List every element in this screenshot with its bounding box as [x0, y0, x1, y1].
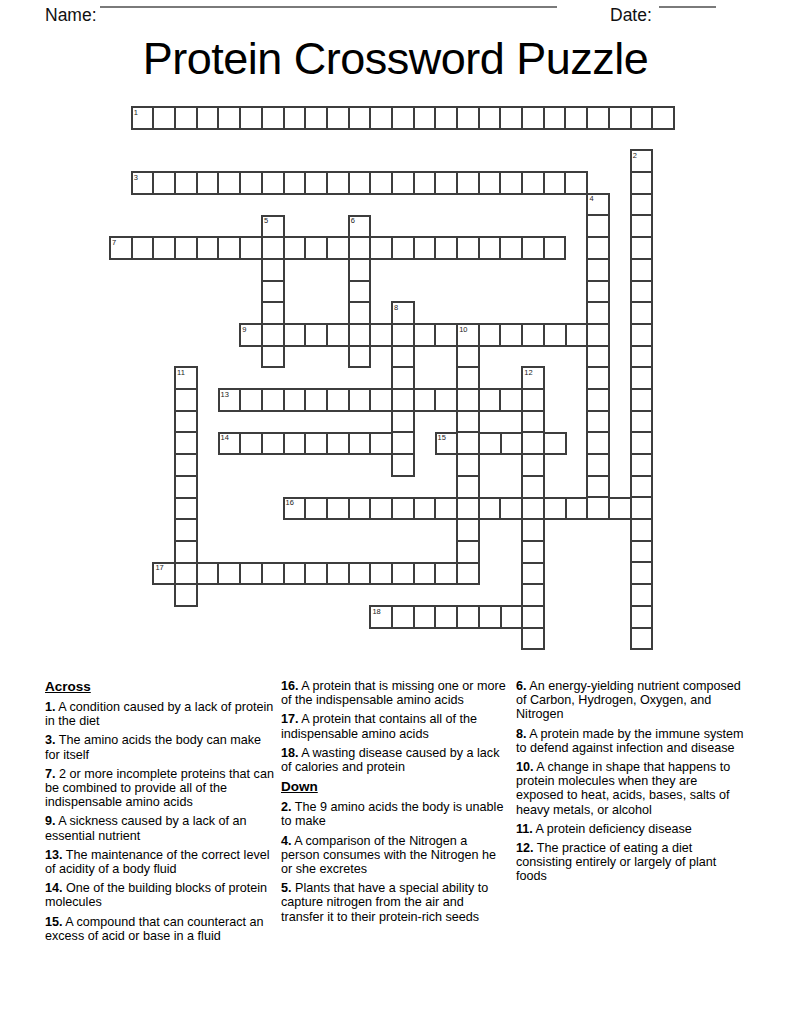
grid-cell[interactable] — [565, 172, 587, 194]
grid-clue-number-12: 12 — [524, 369, 532, 377]
grid-cell[interactable] — [284, 433, 306, 455]
grid-cell[interactable] — [392, 389, 414, 411]
grid-cell[interactable] — [587, 281, 609, 303]
grid-cell[interactable] — [457, 367, 479, 389]
grid-cell[interactable] — [414, 389, 436, 411]
grid-cell[interactable] — [522, 411, 544, 433]
grid-cell[interactable] — [327, 498, 349, 520]
grid-cell[interactable] — [349, 259, 371, 281]
grid-cell[interactable] — [522, 172, 544, 194]
grid-cell[interactable] — [370, 172, 392, 194]
grid-clue-number-6: 6 — [351, 217, 355, 225]
clue-down-12: 12. The practice of eating a diet consis… — [516, 841, 748, 884]
grid-cell[interactable] — [218, 237, 240, 259]
grid-cell[interactable] — [175, 541, 197, 563]
grid-clue-number-10: 10 — [459, 326, 467, 334]
grid-cell[interactable] — [457, 563, 479, 585]
grid-cell[interactable] — [500, 107, 522, 129]
grid-cell[interactable] — [631, 324, 653, 346]
clue-down-6: 6. An energy-yielding nutrient composed … — [516, 679, 748, 722]
grid-cell[interactable] — [284, 107, 306, 129]
grid-cell[interactable] — [262, 172, 284, 194]
grid-cell[interactable] — [262, 563, 284, 585]
grid-cell[interactable] — [435, 172, 457, 194]
grid-cell[interactable] — [370, 498, 392, 520]
grid-cell[interactable] — [349, 302, 371, 324]
grid-cell[interactable] — [544, 107, 566, 129]
grid-cell[interactable] — [349, 172, 371, 194]
grid-cell[interactable] — [544, 324, 566, 346]
word-3-across — [131, 171, 588, 195]
grid-cell[interactable] — [587, 324, 609, 346]
grid-cell[interactable] — [457, 237, 479, 259]
grid-cell[interactable] — [392, 346, 414, 368]
grid-cell[interactable] — [132, 237, 154, 259]
grid-cell[interactable] — [349, 433, 371, 455]
grid-cell[interactable] — [218, 172, 240, 194]
grid-cell[interactable] — [284, 172, 306, 194]
grid-cell[interactable] — [175, 411, 197, 433]
grid-cell[interactable] — [305, 324, 327, 346]
clue-across-7: 7. 2 or more incomplete proteins that ca… — [45, 767, 277, 810]
grid-cell[interactable] — [631, 194, 653, 216]
grid-cell[interactable] — [479, 172, 501, 194]
word-5-down — [261, 215, 285, 369]
grid-clue-number-15: 15 — [438, 434, 446, 442]
grid-cell[interactable] — [197, 563, 219, 585]
word-14-across — [218, 432, 415, 456]
grid-cell[interactable] — [349, 107, 371, 129]
grid-cell[interactable] — [153, 107, 175, 129]
grid-cell[interactable] — [544, 237, 566, 259]
grid-cell[interactable] — [631, 454, 653, 476]
grid-cell[interactable] — [479, 107, 501, 129]
grid-cell[interactable] — [587, 259, 609, 281]
grid-cell[interactable] — [479, 324, 501, 346]
clue-down-10: 10. A change in shape that happens to pr… — [516, 760, 748, 817]
grid-cell[interactable] — [457, 476, 479, 498]
clue-down-4: 4. A comparison of the Nitrogen a person… — [281, 834, 509, 877]
grid-cell[interactable] — [262, 302, 284, 324]
grid-cell[interactable] — [349, 563, 371, 585]
word-12-down — [521, 366, 545, 650]
word-6-down — [348, 215, 372, 369]
grid-cell[interactable] — [197, 172, 219, 194]
grid-cell[interactable] — [435, 389, 457, 411]
clue-across-1: 1. A condition caused by a lack of prote… — [45, 700, 277, 728]
grid-cell[interactable] — [392, 172, 414, 194]
grid-clue-number-16: 16 — [286, 499, 294, 507]
grid-cell[interactable] — [349, 281, 371, 303]
grid-cell[interactable] — [457, 172, 479, 194]
grid-cell[interactable] — [370, 389, 392, 411]
grid-cell[interactable] — [631, 389, 653, 411]
grid-cell[interactable] — [631, 215, 653, 237]
grid-cell[interactable] — [587, 215, 609, 237]
grid-cell[interactable] — [284, 389, 306, 411]
grid-cell[interactable] — [479, 237, 501, 259]
grid-cell[interactable] — [327, 389, 349, 411]
grid-cell[interactable] — [414, 563, 436, 585]
grid-cell[interactable] — [500, 389, 522, 411]
grid-cell[interactable] — [457, 454, 479, 476]
grid-cell[interactable] — [631, 628, 653, 650]
grid-cell[interactable] — [240, 107, 262, 129]
grid-clue-number-13: 13 — [221, 391, 229, 399]
grid-cell[interactable] — [175, 172, 197, 194]
clue-across-13: 13. The maintenance of the correct level… — [45, 848, 277, 876]
grid-cell[interactable] — [609, 498, 631, 520]
grid-cell[interactable] — [392, 411, 414, 433]
grid-cell[interactable] — [240, 237, 262, 259]
grid-cell[interactable] — [284, 563, 306, 585]
grid-cell[interactable] — [414, 237, 436, 259]
grid-cell[interactable] — [153, 237, 175, 259]
grid-cell[interactable] — [370, 324, 392, 346]
grid-cell[interactable] — [305, 237, 327, 259]
grid-cell[interactable] — [392, 563, 414, 585]
grid-cell[interactable] — [414, 172, 436, 194]
grid-cell[interactable] — [262, 107, 284, 129]
grid-cell[interactable] — [305, 433, 327, 455]
grid-cell[interactable] — [631, 281, 653, 303]
grid-cell[interactable] — [414, 498, 436, 520]
grid-clue-number-3: 3 — [134, 174, 138, 182]
grid-cell[interactable] — [435, 107, 457, 129]
grid-cell[interactable] — [457, 498, 479, 520]
grid-cell[interactable] — [435, 563, 457, 585]
grid-clue-number-14: 14 — [221, 434, 229, 442]
grid-cell[interactable] — [370, 107, 392, 129]
grid-cell[interactable] — [500, 324, 522, 346]
down-header: Down — [281, 779, 509, 794]
grid-cell[interactable] — [414, 324, 436, 346]
clue-column-3: 6. An energy-yielding nutrient composed … — [516, 679, 748, 889]
word-10-down — [456, 323, 480, 585]
grid-cell[interactable] — [370, 433, 392, 455]
word-2-down — [630, 149, 654, 650]
grid-cell[interactable] — [153, 172, 175, 194]
grid-cell[interactable] — [631, 367, 653, 389]
grid-cell[interactable] — [284, 324, 306, 346]
grid-cell[interactable] — [631, 259, 653, 281]
grid-cell[interactable] — [197, 107, 219, 129]
grid-cell[interactable] — [631, 432, 653, 454]
grid-cell[interactable] — [587, 454, 609, 476]
grid-cell[interactable] — [522, 541, 544, 563]
grid-cell[interactable] — [392, 237, 414, 259]
grid-cell[interactable] — [435, 237, 457, 259]
grid-cell[interactable] — [327, 433, 349, 455]
grid-cell[interactable] — [587, 476, 609, 498]
grid-cell[interactable] — [544, 172, 566, 194]
grid-cell[interactable] — [631, 302, 653, 324]
grid-cell[interactable] — [327, 563, 349, 585]
clue-across-18: 18. A wasting disease caused by a lack o… — [281, 746, 509, 774]
grid-cell[interactable] — [262, 259, 284, 281]
grid-cell[interactable] — [522, 628, 544, 650]
grid-cell[interactable] — [414, 606, 436, 628]
grid-cell[interactable] — [392, 454, 414, 476]
clue-across-16: 16. A protein that is missing one or mor… — [281, 679, 509, 707]
grid-cell[interactable] — [218, 563, 240, 585]
grid-cell[interactable] — [631, 346, 653, 368]
grid-cell[interactable] — [262, 237, 284, 259]
grid-cell[interactable] — [566, 324, 588, 346]
grid-cell[interactable] — [262, 389, 284, 411]
grid-cell[interactable] — [262, 433, 284, 455]
grid-clue-number-17: 17 — [155, 564, 163, 572]
grid-cell[interactable] — [197, 237, 219, 259]
word-9-across — [239, 323, 610, 347]
word-7-across — [109, 236, 566, 260]
grid-cell[interactable] — [457, 389, 479, 411]
grid-cell[interactable] — [522, 107, 544, 129]
grid-cell[interactable] — [175, 563, 197, 585]
grid-cell[interactable] — [522, 389, 544, 411]
grid-clue-number-5: 5 — [264, 217, 268, 225]
grid-cell[interactable] — [565, 107, 587, 129]
grid-cell[interactable] — [522, 454, 544, 476]
grid-cell[interactable] — [522, 606, 544, 628]
word-4-down — [586, 193, 610, 520]
grid-cell[interactable] — [631, 476, 653, 498]
grid-cell[interactable] — [175, 389, 197, 411]
grid-cell[interactable] — [435, 324, 457, 346]
grid-cell[interactable] — [522, 324, 544, 346]
clue-down-5: 5. Plants that have a special ability to… — [281, 881, 509, 924]
grid-cell[interactable] — [349, 389, 371, 411]
grid-cell[interactable] — [522, 432, 544, 454]
grid-cell[interactable] — [392, 367, 414, 389]
grid-cell[interactable] — [500, 498, 522, 520]
grid-cell[interactable] — [587, 367, 609, 389]
grid-cell[interactable] — [522, 584, 544, 606]
grid-clue-number-18: 18 — [372, 608, 380, 616]
word-15-across — [435, 432, 567, 456]
grid-cell[interactable] — [218, 107, 240, 129]
grid-cell[interactable] — [631, 541, 653, 563]
grid-cell[interactable] — [305, 172, 327, 194]
grid-cell[interactable] — [305, 563, 327, 585]
grid-cell[interactable] — [631, 562, 653, 584]
grid-cell[interactable] — [587, 389, 609, 411]
grid-cell[interactable] — [392, 432, 414, 454]
grid-cell[interactable] — [414, 107, 436, 129]
grid-cell[interactable] — [479, 606, 501, 628]
grid-cell[interactable] — [370, 563, 392, 585]
grid-cell[interactable] — [305, 498, 327, 520]
grid-cell[interactable] — [240, 389, 262, 411]
grid-cell[interactable] — [305, 389, 327, 411]
grid-cell[interactable] — [544, 498, 566, 520]
grid-cell[interactable] — [435, 498, 457, 520]
grid-cell[interactable] — [631, 497, 653, 519]
grid-cell[interactable] — [631, 606, 653, 628]
clue-column-2: 16. A protein that is missing one or mor… — [281, 679, 509, 929]
clue-column-1: Across1. A condition caused by a lack of… — [45, 679, 277, 948]
grid-cell[interactable] — [522, 563, 544, 585]
grid-cell[interactable] — [392, 324, 414, 346]
grid-cell[interactable] — [175, 237, 197, 259]
grid-cell[interactable] — [349, 237, 371, 259]
grid-clue-number-7: 7 — [112, 239, 116, 247]
grid-cell[interactable] — [457, 107, 479, 129]
grid-cell[interactable] — [327, 237, 349, 259]
grid-cell[interactable] — [240, 433, 262, 455]
grid-clue-number-2: 2 — [633, 152, 637, 160]
grid-cell[interactable] — [457, 346, 479, 368]
grid-cell[interactable] — [631, 584, 653, 606]
clue-across-15: 15. A compound that can counteract an ex… — [45, 915, 277, 943]
grid-cell[interactable] — [587, 302, 609, 324]
grid-cell[interactable] — [587, 107, 609, 129]
grid-cell[interactable] — [501, 433, 523, 455]
grid-cell[interactable] — [284, 237, 306, 259]
grid-clue-number-8: 8 — [394, 304, 398, 312]
grid-cell[interactable] — [240, 172, 262, 194]
grid-cell[interactable] — [175, 519, 197, 541]
word-1-across — [131, 106, 675, 130]
grid-cell[interactable] — [652, 107, 674, 129]
grid-cell[interactable] — [587, 497, 609, 519]
grid-cell[interactable] — [544, 433, 566, 455]
grid-cell[interactable] — [457, 519, 479, 541]
grid-cell[interactable] — [479, 389, 501, 411]
clue-across-3: 3. The amino acids the body can make for… — [45, 733, 277, 761]
grid-cell[interactable] — [457, 606, 479, 628]
grid-cell[interactable] — [392, 498, 414, 520]
grid-cell[interactable] — [175, 584, 197, 606]
grid-cell[interactable] — [609, 107, 631, 129]
clue-down-2: 2. The 9 amino acids the body is unable … — [281, 800, 509, 828]
clue-across-14: 14. One of the building blocks of protei… — [45, 881, 277, 909]
grid-clue-number-4: 4 — [589, 195, 593, 203]
clue-across-17: 17. A protein that contains all of the i… — [281, 712, 509, 740]
grid-cell[interactable] — [631, 107, 653, 129]
grid-cell[interactable] — [435, 606, 457, 628]
grid-cell[interactable] — [175, 432, 197, 454]
grid-cell[interactable] — [262, 324, 284, 346]
word-18-across — [369, 605, 545, 629]
grid-cell[interactable] — [262, 281, 284, 303]
across-header: Across — [45, 679, 277, 694]
grid-cell[interactable] — [631, 172, 653, 194]
grid-cell[interactable] — [522, 237, 544, 259]
grid-cell[interactable] — [631, 237, 653, 259]
grid-cell[interactable] — [479, 433, 501, 455]
grid-cell[interactable] — [392, 606, 414, 628]
grid-cell[interactable] — [175, 498, 197, 520]
grid-cell[interactable] — [522, 476, 544, 498]
grid-cell[interactable] — [500, 172, 522, 194]
grid-cell[interactable] — [262, 346, 284, 368]
grid-cell[interactable] — [522, 498, 544, 520]
word-8-down — [391, 301, 415, 477]
grid-cell[interactable] — [631, 411, 653, 433]
grid-clue-number-11: 11 — [177, 369, 185, 377]
grid-cell[interactable] — [479, 498, 501, 520]
grid-cell[interactable] — [240, 563, 262, 585]
clue-across-9: 9. A sickness caused by a lack of an ess… — [45, 814, 277, 842]
word-11-down — [174, 366, 198, 607]
grid-cell[interactable] — [566, 498, 588, 520]
grid-cell[interactable] — [392, 107, 414, 129]
grid-cell[interactable] — [327, 324, 349, 346]
grid-clue-number-1: 1 — [134, 109, 138, 117]
grid-cell[interactable] — [631, 519, 653, 541]
grid-cell[interactable] — [370, 237, 392, 259]
grid-cell[interactable] — [175, 476, 197, 498]
grid-cell[interactable] — [175, 107, 197, 129]
clue-down-8: 8. A protein made by the immune system t… — [516, 727, 748, 755]
grid-cell[interactable] — [587, 432, 609, 454]
grid-cell[interactable] — [501, 606, 523, 628]
word-17-across — [152, 562, 479, 586]
grid-cell[interactable] — [457, 541, 479, 563]
grid-clue-number-9: 9 — [242, 326, 246, 334]
grid-cell[interactable] — [587, 237, 609, 259]
grid-cell[interactable] — [349, 324, 371, 346]
grid-cell[interactable] — [349, 498, 371, 520]
grid-cell[interactable] — [327, 172, 349, 194]
grid-cell[interactable] — [457, 411, 479, 433]
grid-cell[interactable] — [305, 107, 327, 129]
grid-cell[interactable] — [522, 519, 544, 541]
grid-cell[interactable] — [349, 346, 371, 368]
grid-cell[interactable] — [587, 346, 609, 368]
grid-cell[interactable] — [500, 237, 522, 259]
grid-cell[interactable] — [175, 454, 197, 476]
grid-cell[interactable] — [327, 107, 349, 129]
word-13-across — [218, 388, 545, 412]
grid-cell[interactable] — [457, 432, 479, 454]
grid-cell[interactable] — [587, 411, 609, 433]
clue-down-11: 11. A protein deficiency disease — [516, 822, 748, 836]
